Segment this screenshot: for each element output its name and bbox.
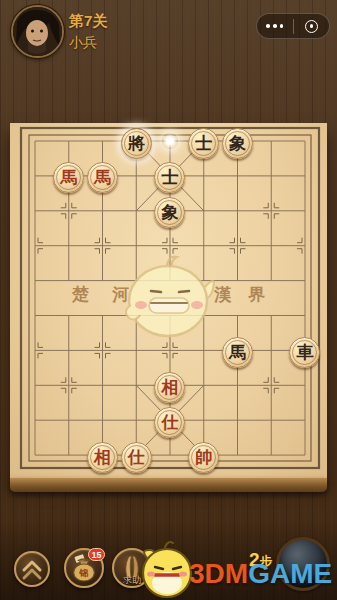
board-cell[interactable]: [288, 193, 322, 228]
board-cell[interactable]: 將: [119, 124, 153, 159]
board-cell[interactable]: [52, 228, 86, 263]
board-cell[interactable]: [221, 228, 255, 263]
board-cell[interactable]: [187, 193, 221, 228]
piece-character: 士: [161, 169, 178, 186]
board-cell[interactable]: [18, 438, 52, 473]
board-cell[interactable]: 相: [86, 438, 120, 473]
board-cell[interactable]: [86, 124, 120, 159]
board-cell[interactable]: [254, 438, 288, 473]
board-cell[interactable]: 相: [153, 368, 187, 403]
svg-text:锦: 锦: [79, 568, 89, 578]
piece-character: 象: [229, 135, 246, 152]
piece-character: 仕: [161, 414, 178, 431]
board-cell[interactable]: 仕: [153, 403, 187, 438]
capsule-target-icon[interactable]: [294, 14, 330, 38]
board-cell[interactable]: [288, 298, 322, 333]
board-cell[interactable]: [221, 438, 255, 473]
piece-red-horse[interactable]: 馬: [87, 162, 118, 193]
piece-red-elephant[interactable]: 相: [154, 372, 185, 403]
piece-black-chariot[interactable]: 車: [289, 337, 320, 368]
board-cell[interactable]: [221, 158, 255, 193]
board-cell[interactable]: [52, 263, 86, 298]
piece-character: 馬: [60, 169, 77, 186]
board-cell[interactable]: [119, 158, 153, 193]
watermark-game: GAME: [248, 558, 332, 589]
board-cell[interactable]: [254, 228, 288, 263]
board-cell[interactable]: [86, 368, 120, 403]
board-cell[interactable]: [288, 228, 322, 263]
watermark-3dm: 3DM: [189, 558, 248, 589]
piece-character: 士: [195, 135, 212, 152]
board-cell[interactable]: 馬: [52, 158, 86, 193]
board-cell[interactable]: [18, 263, 52, 298]
board-cell[interactable]: [254, 403, 288, 438]
piece-black-horse[interactable]: 馬: [222, 337, 253, 368]
piece-character: 象: [161, 204, 178, 221]
board-cell[interactable]: 士: [153, 158, 187, 193]
board-cell[interactable]: 馬: [221, 333, 255, 368]
piece-character: 相: [161, 379, 178, 396]
xiangqi-app-screen: 第7关 小兵 楚河 漢界 將士象馬馬士象馬車相仕相仕帥: [0, 0, 337, 600]
board-cell[interactable]: [187, 368, 221, 403]
board-cell[interactable]: [52, 403, 86, 438]
board-cell[interactable]: [119, 193, 153, 228]
board-cell[interactable]: [221, 263, 255, 298]
board-edge-bevel: [10, 478, 327, 492]
piece-character: 車: [296, 344, 313, 361]
level-title: 第7关: [69, 12, 107, 31]
piece-character: 馬: [94, 169, 111, 186]
board-cell[interactable]: 馬: [86, 158, 120, 193]
board-cell[interactable]: [254, 193, 288, 228]
board-cell[interactable]: [254, 263, 288, 298]
piece-red-advisor[interactable]: 仕: [154, 407, 185, 438]
board-cell[interactable]: 仕: [119, 438, 153, 473]
board-cell[interactable]: [288, 263, 322, 298]
player-avatar[interactable]: [11, 5, 64, 58]
piece-black-elephant[interactable]: 象: [154, 197, 185, 228]
piece-character: 帥: [195, 449, 212, 466]
piece-red-advisor[interactable]: 仕: [121, 442, 152, 473]
piece-black-general[interactable]: 將: [121, 128, 152, 159]
board-cell[interactable]: [52, 193, 86, 228]
piece-black-elephant[interactable]: 象: [222, 128, 253, 159]
board-cell[interactable]: 帥: [187, 438, 221, 473]
board-cell[interactable]: [18, 228, 52, 263]
board-cell[interactable]: [52, 368, 86, 403]
piece-red-horse[interactable]: 馬: [53, 162, 84, 193]
board-cell[interactable]: [18, 403, 52, 438]
board-cell[interactable]: [18, 124, 52, 159]
board-cell[interactable]: [288, 124, 322, 159]
board-cell[interactable]: [221, 193, 255, 228]
board-cell[interactable]: 象: [153, 193, 187, 228]
board-cell[interactable]: [153, 438, 187, 473]
more-icon[interactable]: [257, 14, 293, 38]
board-cell[interactable]: [221, 403, 255, 438]
board-cell[interactable]: [254, 158, 288, 193]
board-cell[interactable]: [254, 124, 288, 159]
board-cell[interactable]: [18, 368, 52, 403]
avatar-portrait-icon: [13, 7, 62, 56]
piece-character: 馬: [229, 344, 246, 361]
board-cell[interactable]: [288, 368, 322, 403]
bag-badge-count: 15: [88, 548, 105, 561]
piece-character: 相: [94, 449, 111, 466]
board-cell[interactable]: [52, 333, 86, 368]
board-cell[interactable]: [86, 228, 120, 263]
board-cell[interactable]: [52, 438, 86, 473]
board-cell[interactable]: [86, 263, 120, 298]
piece-black-advisor[interactable]: 士: [154, 162, 185, 193]
board-cell[interactable]: [119, 403, 153, 438]
board-cell[interactable]: [187, 403, 221, 438]
mini-program-capsule: [256, 13, 330, 39]
board-cell[interactable]: [18, 193, 52, 228]
board-cell[interactable]: [187, 158, 221, 193]
board-cell[interactable]: [86, 333, 120, 368]
piece-character: 仕: [128, 449, 145, 466]
board-cell[interactable]: [254, 333, 288, 368]
board-cell[interactable]: [288, 158, 322, 193]
last-move-sparkle: [162, 133, 178, 149]
board-cell[interactable]: [86, 193, 120, 228]
board-cell[interactable]: [52, 298, 86, 333]
chevron-up-icon: [16, 553, 48, 585]
watermark: 3DMGAME: [189, 558, 332, 590]
piece-red-general[interactable]: 帥: [188, 442, 219, 473]
player-rank: 小兵: [69, 34, 97, 52]
board-cell[interactable]: [221, 298, 255, 333]
board-cell[interactable]: 車: [288, 333, 322, 368]
chick-mascot-river: [123, 249, 219, 339]
board-cell[interactable]: [254, 368, 288, 403]
board-cell[interactable]: [52, 124, 86, 159]
board-cell[interactable]: 象: [221, 124, 255, 159]
piece-black-advisor[interactable]: 士: [188, 128, 219, 159]
board-cell[interactable]: [119, 368, 153, 403]
board-cell[interactable]: [18, 298, 52, 333]
board-cell[interactable]: [86, 298, 120, 333]
board-cell[interactable]: [18, 158, 52, 193]
piece-character: 將: [128, 135, 145, 152]
board-cell[interactable]: [18, 333, 52, 368]
board-cell[interactable]: [254, 298, 288, 333]
piece-red-elephant[interactable]: 相: [87, 442, 118, 473]
board-cell[interactable]: [288, 438, 322, 473]
board-cell[interactable]: 士: [187, 124, 221, 159]
board-cell[interactable]: [86, 403, 120, 438]
board-cell[interactable]: [288, 403, 322, 438]
board-cell[interactable]: [221, 368, 255, 403]
menu-expand-button[interactable]: [14, 551, 50, 587]
